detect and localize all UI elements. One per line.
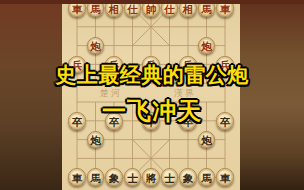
piece-glyph: 帥 (146, 3, 157, 14)
title-line-1: 史上最经典的雷公炮 (0, 61, 304, 89)
piece-glyph: 馬 (201, 3, 212, 14)
piece-glyph: 馬 (90, 172, 101, 183)
piece-glyph: 車 (220, 172, 231, 183)
piece-black-馬[interactable]: 馬 (86, 168, 105, 187)
piece-red-炮[interactable]: 炮 (86, 36, 105, 55)
piece-black-將[interactable]: 將 (142, 168, 161, 187)
piece-glyph: 車 (220, 3, 231, 14)
piece-disc: 炮 (87, 37, 105, 55)
piece-glyph: 仕 (127, 3, 138, 14)
piece-red-炮[interactable]: 炮 (197, 36, 216, 55)
piece-glyph: 士 (164, 172, 175, 183)
piece-black-炮[interactable]: 炮 (86, 130, 105, 149)
piece-glyph: 馬 (90, 3, 101, 14)
piece-disc: 將 (142, 168, 160, 186)
piece-black-炮[interactable]: 炮 (197, 130, 216, 149)
piece-black-士[interactable]: 士 (123, 168, 142, 187)
title-line-2: 一飞冲天 (0, 95, 304, 127)
piece-disc: 馬 (198, 168, 216, 186)
piece-glyph: 象 (109, 172, 120, 183)
piece-disc: 象 (179, 168, 197, 186)
piece-disc: 象 (105, 168, 123, 186)
video-thumbnail: 楚河 漢界 車馬相仕帥仕相馬車炮炮兵兵兵兵兵卒卒卒卒卒炮炮車馬象士將士象馬車 史… (0, 0, 304, 190)
pieces-layer: 車馬相仕帥仕相馬車炮炮兵兵兵兵兵卒卒卒卒卒炮炮車馬象士將士象馬車 (68, 0, 235, 187)
piece-glyph: 車 (72, 172, 83, 183)
piece-glyph: 仕 (164, 3, 175, 14)
piece-glyph: 炮 (90, 135, 101, 146)
top-edge-strip (0, 0, 304, 4)
piece-disc: 馬 (87, 168, 105, 186)
piece-glyph: 相 (109, 3, 120, 14)
piece-glyph: 相 (183, 3, 194, 14)
piece-disc: 炮 (198, 131, 216, 149)
piece-disc: 炮 (87, 131, 105, 149)
piece-glyph: 馬 (201, 172, 212, 183)
piece-disc: 士 (161, 168, 179, 186)
piece-disc: 士 (124, 168, 142, 186)
piece-disc: 車 (68, 168, 86, 186)
piece-glyph: 炮 (201, 41, 212, 52)
piece-black-士[interactable]: 士 (160, 168, 179, 187)
piece-glyph: 車 (72, 3, 83, 14)
piece-black-象[interactable]: 象 (179, 168, 198, 187)
piece-glyph: 象 (183, 172, 194, 183)
piece-glyph: 士 (127, 172, 138, 183)
piece-black-車[interactable]: 車 (216, 168, 235, 187)
piece-glyph: 炮 (201, 135, 212, 146)
piece-glyph: 炮 (90, 41, 101, 52)
piece-disc: 炮 (198, 37, 216, 55)
piece-black-馬[interactable]: 馬 (197, 168, 216, 187)
piece-black-車[interactable]: 車 (68, 168, 87, 187)
piece-black-象[interactable]: 象 (105, 168, 124, 187)
piece-disc: 車 (216, 168, 234, 186)
piece-glyph: 將 (146, 172, 157, 183)
